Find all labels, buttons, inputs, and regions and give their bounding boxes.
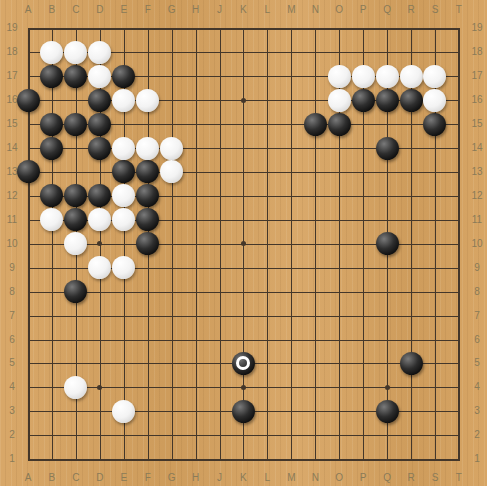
- grid-line: [458, 28, 460, 460]
- coordinate-label: 4: [5, 381, 19, 393]
- coordinate-label: 3: [470, 405, 484, 417]
- white-stone: [112, 137, 135, 160]
- grid-line: [267, 28, 268, 460]
- coordinate-label: 18: [5, 46, 19, 58]
- coordinate-label: 11: [470, 214, 484, 226]
- white-stone: [40, 208, 63, 231]
- black-stone: [17, 160, 40, 183]
- coordinate-label: 8: [5, 286, 19, 298]
- coordinate-label: D: [92, 4, 108, 16]
- coordinate-label: 16: [470, 94, 484, 106]
- coordinate-label: 2: [470, 429, 484, 441]
- coordinate-label: 19: [5, 22, 19, 34]
- coordinate-label: J: [212, 472, 228, 484]
- coordinate-label: 6: [5, 334, 19, 346]
- white-stone: [160, 137, 183, 160]
- white-stone: [64, 232, 87, 255]
- white-stone: [352, 65, 375, 88]
- coordinate-label: G: [164, 472, 180, 484]
- black-stone: [400, 352, 423, 375]
- black-stone: [64, 208, 87, 231]
- coordinate-label: C: [68, 4, 84, 16]
- coordinate-label: 11: [5, 214, 19, 226]
- white-stone: [136, 89, 159, 112]
- coordinate-label: E: [116, 4, 132, 16]
- coordinate-label: F: [140, 4, 156, 16]
- coordinate-label: 15: [470, 118, 484, 130]
- black-stone: [40, 137, 63, 160]
- white-stone: [423, 89, 446, 112]
- coordinate-label: 9: [5, 262, 19, 274]
- coordinate-label: 5: [470, 357, 484, 369]
- white-stone: [112, 89, 135, 112]
- coordinate-label: O: [331, 472, 347, 484]
- coordinate-label: 12: [470, 190, 484, 202]
- black-stone: [352, 89, 375, 112]
- star-point: [385, 385, 390, 390]
- coordinate-label: G: [164, 4, 180, 16]
- coordinate-label: 17: [470, 70, 484, 82]
- coordinate-label: H: [188, 4, 204, 16]
- coordinate-label: T: [451, 472, 467, 484]
- coordinate-label: B: [44, 4, 60, 16]
- coordinate-label: K: [235, 4, 251, 16]
- coordinate-label: Q: [379, 472, 395, 484]
- white-stone: [112, 400, 135, 423]
- coordinate-label: 8: [470, 286, 484, 298]
- coordinate-label: 10: [470, 238, 484, 250]
- coordinate-label: 1: [470, 453, 484, 465]
- white-stone: [112, 208, 135, 231]
- coordinate-label: P: [355, 472, 371, 484]
- coordinate-label: 3: [5, 405, 19, 417]
- coordinate-label: Q: [379, 4, 395, 16]
- white-stone: [112, 256, 135, 279]
- coordinate-label: 19: [470, 22, 484, 34]
- coordinate-label: L: [259, 4, 275, 16]
- black-stone: [88, 113, 111, 136]
- black-stone: [40, 184, 63, 207]
- coordinate-label: M: [283, 4, 299, 16]
- white-stone: [88, 208, 111, 231]
- black-stone: [64, 113, 87, 136]
- black-stone: [136, 184, 159, 207]
- black-stone: [136, 160, 159, 183]
- coordinate-label: A: [20, 4, 36, 16]
- coordinate-label: A: [20, 472, 36, 484]
- black-stone: [40, 113, 63, 136]
- black-stone: [88, 89, 111, 112]
- coordinate-label: 13: [470, 166, 484, 178]
- coordinate-label: 17: [5, 70, 19, 82]
- coordinate-label: E: [116, 472, 132, 484]
- coordinate-label: C: [68, 472, 84, 484]
- coordinate-label: 10: [5, 238, 19, 250]
- star-point: [241, 385, 246, 390]
- coordinate-label: J: [212, 4, 228, 16]
- coordinate-label: T: [451, 4, 467, 16]
- coordinate-label: 12: [5, 190, 19, 202]
- white-stone: [64, 376, 87, 399]
- grid-line: [315, 28, 316, 460]
- coordinate-label: O: [331, 4, 347, 16]
- coordinate-label: 14: [470, 142, 484, 154]
- white-stone: [328, 89, 351, 112]
- coordinate-label: P: [355, 4, 371, 16]
- white-stone: [376, 65, 399, 88]
- coordinate-label: K: [235, 472, 251, 484]
- grid-line: [28, 340, 460, 341]
- star-point: [241, 98, 246, 103]
- coordinate-label: 1: [5, 453, 19, 465]
- black-stone: [64, 65, 87, 88]
- white-stone: [160, 160, 183, 183]
- black-stone: [376, 89, 399, 112]
- black-stone: [400, 89, 423, 112]
- grid-line: [291, 28, 292, 460]
- white-stone: [88, 41, 111, 64]
- go-board[interactable]: AABBCCDDEEFFGGHHJJKKLLMMNNOOPPQQRRSSTT19…: [0, 0, 487, 486]
- white-stone: [88, 65, 111, 88]
- coordinate-label: R: [403, 4, 419, 16]
- star-point: [97, 385, 102, 390]
- coordinate-label: S: [427, 4, 443, 16]
- coordinate-label: 18: [470, 46, 484, 58]
- grid-line: [28, 435, 460, 436]
- star-point: [241, 241, 246, 246]
- coordinate-label: 9: [470, 262, 484, 274]
- black-stone: [88, 137, 111, 160]
- black-stone: [17, 89, 40, 112]
- coordinate-label: 15: [5, 118, 19, 130]
- black-stone: [64, 184, 87, 207]
- coordinate-label: 7: [5, 310, 19, 322]
- white-stone: [328, 65, 351, 88]
- coordinate-label: F: [140, 472, 156, 484]
- grid-line: [28, 292, 460, 293]
- coordinate-label: M: [283, 472, 299, 484]
- coordinate-label: S: [427, 472, 443, 484]
- coordinate-label: N: [307, 4, 323, 16]
- grid-line: [28, 459, 460, 461]
- black-stone: [328, 113, 351, 136]
- black-stone: [232, 352, 255, 375]
- last-move-marker: [236, 356, 250, 370]
- coordinate-label: 5: [5, 357, 19, 369]
- coordinate-label: B: [44, 472, 60, 484]
- white-stone: [423, 65, 446, 88]
- coordinate-label: L: [259, 472, 275, 484]
- black-stone: [88, 184, 111, 207]
- coordinate-label: D: [92, 472, 108, 484]
- black-stone: [304, 113, 327, 136]
- white-stone: [112, 184, 135, 207]
- white-stone: [64, 41, 87, 64]
- coordinate-label: 14: [5, 142, 19, 154]
- black-stone: [136, 208, 159, 231]
- black-stone: [376, 232, 399, 255]
- black-stone: [423, 113, 446, 136]
- black-stone: [232, 400, 255, 423]
- coordinate-label: 2: [5, 429, 19, 441]
- black-stone: [112, 160, 135, 183]
- black-stone: [376, 400, 399, 423]
- black-stone: [136, 232, 159, 255]
- black-stone: [376, 137, 399, 160]
- white-stone: [400, 65, 423, 88]
- coordinate-label: 4: [470, 381, 484, 393]
- grid-line: [28, 316, 460, 317]
- coordinate-label: R: [403, 472, 419, 484]
- star-point: [97, 241, 102, 246]
- black-stone: [112, 65, 135, 88]
- coordinate-label: 6: [470, 334, 484, 346]
- coordinate-label: N: [307, 472, 323, 484]
- coordinate-label: 7: [470, 310, 484, 322]
- black-stone: [40, 65, 63, 88]
- black-stone: [64, 280, 87, 303]
- white-stone: [40, 41, 63, 64]
- coordinate-label: H: [188, 472, 204, 484]
- white-stone: [88, 256, 111, 279]
- white-stone: [136, 137, 159, 160]
